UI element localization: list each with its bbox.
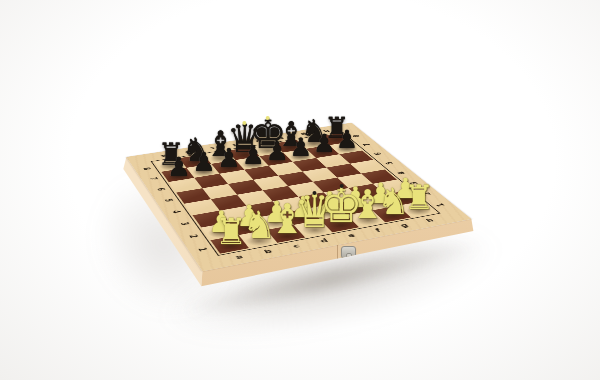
rank-label-4-left: 4: [168, 207, 185, 216]
white-rook[interactable]: ♜: [404, 182, 434, 214]
black-pawn[interactable]: ♟: [192, 150, 216, 175]
black-pawn[interactable]: ♟: [290, 135, 313, 159]
file-label-f-front: f: [367, 226, 389, 235]
black-pawn[interactable]: ♟: [266, 139, 289, 163]
rank-label-6-right: 6: [369, 150, 386, 157]
rank-label-7-right: 7: [359, 141, 375, 148]
rank-label-7-left: 7: [146, 175, 162, 183]
rank-label-1-left: 1: [193, 244, 211, 254]
black-pawn[interactable]: ♟: [242, 143, 265, 168]
file-label-b-front: b: [257, 247, 279, 256]
chess-set-photo: 88aa77bb66cc55dd44ee33ff22gg11hh ♜♞♝♛♚♝♞…: [0, 0, 600, 380]
rank-label-8-left: 8: [139, 165, 154, 173]
black-pawn[interactable]: ♟: [217, 146, 240, 171]
rank-label-5-left: 5: [160, 196, 177, 205]
black-pawn[interactable]: ♟: [336, 128, 358, 152]
rank-label-5-right: 5: [381, 159, 398, 166]
rank-label-6-left: 6: [153, 185, 169, 193]
rank-label-2-left: 2: [184, 231, 202, 241]
black-pawn[interactable]: ♟: [167, 154, 191, 179]
file-label-h-front: h: [419, 216, 440, 224]
box-seam: [337, 245, 338, 261]
metal-clasp-icon: [341, 246, 356, 259]
file-label-a-front: a: [228, 252, 250, 261]
black-pawn[interactable]: ♟: [313, 132, 336, 156]
rank-label-3-left: 3: [176, 219, 193, 228]
pieces-layer: ♜♞♝♛♚♝♞♜♟♟♟♟♟♟♟♟♟♟♟♟♟♟♟♟♜♞♝♛♚♝♞♜: [0, 0, 600, 380]
